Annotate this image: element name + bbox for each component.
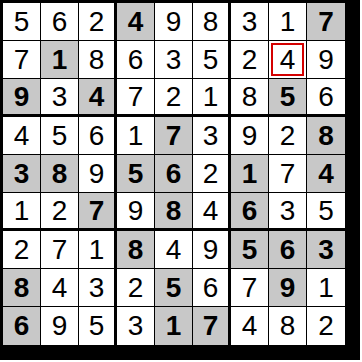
cell-r8c5[interactable]: 5 xyxy=(155,269,193,307)
sudoku-board: 5624983177186352499347218564561739283895… xyxy=(0,0,360,360)
cell-r2c1[interactable]: 7 xyxy=(3,41,41,79)
cell-r6c6[interactable]: 4 xyxy=(193,193,231,231)
cell-r5c7[interactable]: 1 xyxy=(231,155,269,193)
cell-r2c6[interactable]: 5 xyxy=(193,41,231,79)
cell-r6c7[interactable]: 6 xyxy=(231,193,269,231)
cell-r3c4[interactable]: 7 xyxy=(117,79,155,117)
cell-r3c9[interactable]: 6 xyxy=(307,79,345,117)
highlight-ring xyxy=(271,43,304,76)
cell-r4c3[interactable]: 6 xyxy=(79,117,117,155)
cell-r2c2[interactable]: 1 xyxy=(41,41,79,79)
cell-r5c3[interactable]: 9 xyxy=(79,155,117,193)
cell-r9c3[interactable]: 5 xyxy=(79,307,117,345)
cell-r4c8[interactable]: 2 xyxy=(269,117,307,155)
cell-r3c6[interactable]: 1 xyxy=(193,79,231,117)
cell-r1c1[interactable]: 5 xyxy=(3,3,41,41)
cell-r7c3[interactable]: 1 xyxy=(79,231,117,269)
cell-r6c4[interactable]: 9 xyxy=(117,193,155,231)
cell-r1c9[interactable]: 7 xyxy=(307,3,345,41)
cell-r4c2[interactable]: 5 xyxy=(41,117,79,155)
cell-r7c9[interactable]: 3 xyxy=(307,231,345,269)
cell-r6c5[interactable]: 8 xyxy=(155,193,193,231)
cell-r4c1[interactable]: 4 xyxy=(3,117,41,155)
cell-r8c3[interactable]: 3 xyxy=(79,269,117,307)
cell-r3c7[interactable]: 8 xyxy=(231,79,269,117)
cell-r2c9[interactable]: 9 xyxy=(307,41,345,79)
cell-r2c8[interactable]: 4 xyxy=(269,41,307,79)
cell-r6c8[interactable]: 3 xyxy=(269,193,307,231)
cell-r8c6[interactable]: 6 xyxy=(193,269,231,307)
cell-r5c5[interactable]: 6 xyxy=(155,155,193,193)
cell-r8c9[interactable]: 1 xyxy=(307,269,345,307)
cell-r1c7[interactable]: 3 xyxy=(231,3,269,41)
cell-r9c2[interactable]: 9 xyxy=(41,307,79,345)
cell-r9c8[interactable]: 8 xyxy=(269,307,307,345)
cell-r6c1[interactable]: 1 xyxy=(3,193,41,231)
cell-r2c4[interactable]: 6 xyxy=(117,41,155,79)
cell-r7c4[interactable]: 8 xyxy=(117,231,155,269)
cell-r8c2[interactable]: 4 xyxy=(41,269,79,307)
cell-r1c4[interactable]: 4 xyxy=(117,3,155,41)
cell-r8c1[interactable]: 8 xyxy=(3,269,41,307)
cell-r5c4[interactable]: 5 xyxy=(117,155,155,193)
cell-r7c5[interactable]: 4 xyxy=(155,231,193,269)
cell-r1c5[interactable]: 9 xyxy=(155,3,193,41)
cell-r1c2[interactable]: 6 xyxy=(41,3,79,41)
cell-r8c4[interactable]: 2 xyxy=(117,269,155,307)
cell-r1c8[interactable]: 1 xyxy=(269,3,307,41)
cell-r7c6[interactable]: 9 xyxy=(193,231,231,269)
cell-r5c1[interactable]: 3 xyxy=(3,155,41,193)
cell-r3c3[interactable]: 4 xyxy=(79,79,117,117)
cell-r9c6[interactable]: 7 xyxy=(193,307,231,345)
cell-r4c5[interactable]: 7 xyxy=(155,117,193,155)
cell-r5c8[interactable]: 7 xyxy=(269,155,307,193)
cell-r4c6[interactable]: 3 xyxy=(193,117,231,155)
cell-r4c7[interactable]: 9 xyxy=(231,117,269,155)
cell-r2c3[interactable]: 8 xyxy=(79,41,117,79)
cell-r8c8[interactable]: 9 xyxy=(269,269,307,307)
cell-r7c2[interactable]: 7 xyxy=(41,231,79,269)
cell-r2c7[interactable]: 2 xyxy=(231,41,269,79)
cell-r6c2[interactable]: 2 xyxy=(41,193,79,231)
cell-r3c2[interactable]: 3 xyxy=(41,79,79,117)
cell-r4c4[interactable]: 1 xyxy=(117,117,155,155)
cell-r3c5[interactable]: 2 xyxy=(155,79,193,117)
cell-r9c1[interactable]: 6 xyxy=(3,307,41,345)
cell-r1c3[interactable]: 2 xyxy=(79,3,117,41)
cell-r7c8[interactable]: 6 xyxy=(269,231,307,269)
cell-r9c7[interactable]: 4 xyxy=(231,307,269,345)
cell-r3c1[interactable]: 9 xyxy=(3,79,41,117)
cell-r9c4[interactable]: 3 xyxy=(117,307,155,345)
cell-r6c9[interactable]: 5 xyxy=(307,193,345,231)
cell-r8c7[interactable]: 7 xyxy=(231,269,269,307)
cell-r1c6[interactable]: 8 xyxy=(193,3,231,41)
cell-r5c2[interactable]: 8 xyxy=(41,155,79,193)
cell-r2c5[interactable]: 3 xyxy=(155,41,193,79)
cell-r4c9[interactable]: 8 xyxy=(307,117,345,155)
cell-r7c7[interactable]: 5 xyxy=(231,231,269,269)
cell-r5c6[interactable]: 2 xyxy=(193,155,231,193)
cell-r9c9[interactable]: 2 xyxy=(307,307,345,345)
cell-r9c5[interactable]: 1 xyxy=(155,307,193,345)
cell-r3c8[interactable]: 5 xyxy=(269,79,307,117)
cell-r6c3[interactable]: 7 xyxy=(79,193,117,231)
cell-r7c1[interactable]: 2 xyxy=(3,231,41,269)
cell-r5c9[interactable]: 4 xyxy=(307,155,345,193)
